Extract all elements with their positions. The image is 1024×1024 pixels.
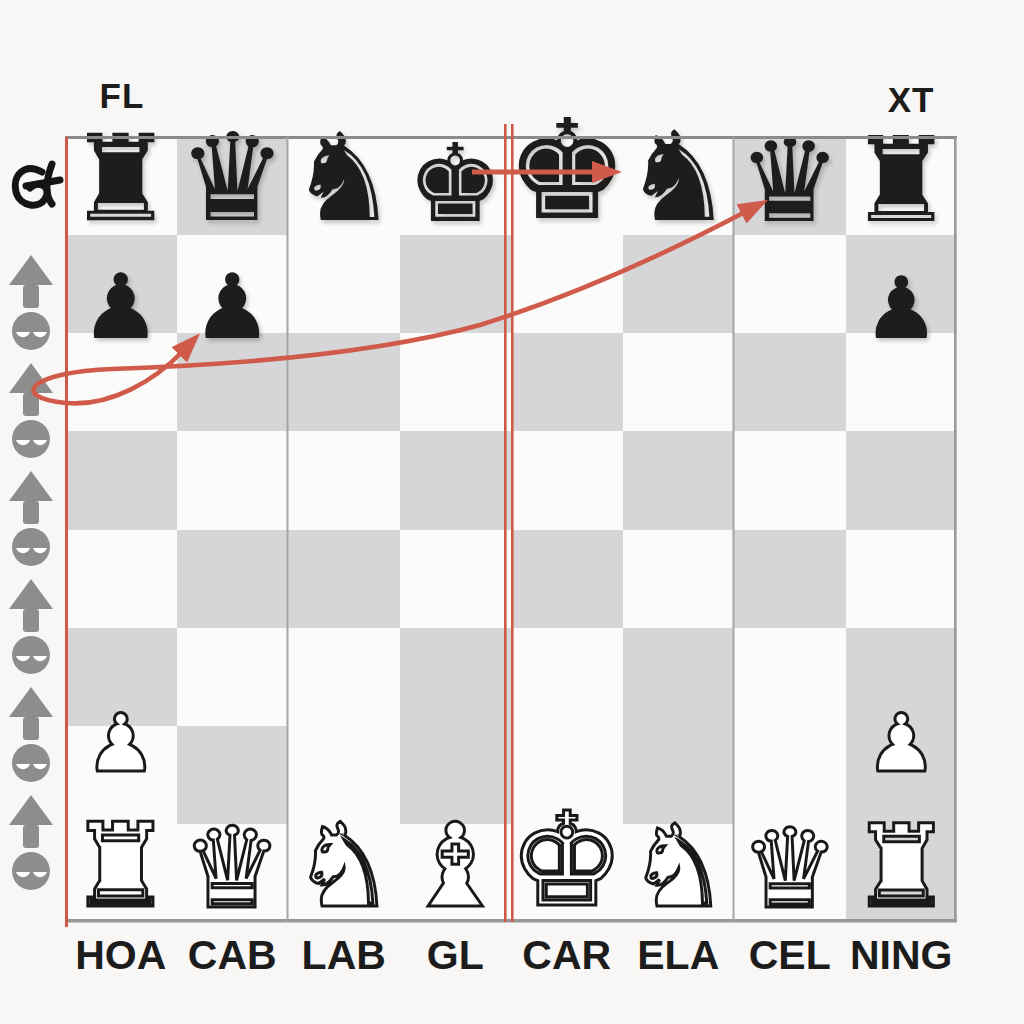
file-label-h: NING: [821, 932, 981, 979]
square-h2[interactable]: [846, 726, 958, 824]
margin-arrow-icon: [8, 363, 54, 461]
square-h3[interactable]: [846, 628, 958, 726]
square-b1[interactable]: [177, 824, 289, 922]
margin-arrow-icon: [8, 687, 54, 785]
square-f4[interactable]: [623, 530, 735, 628]
square-e7[interactable]: [511, 235, 623, 333]
square-h8[interactable]: [846, 137, 958, 235]
square-e8[interactable]: [511, 137, 623, 235]
square-d8[interactable]: [400, 137, 512, 235]
square-a2[interactable]: [65, 726, 177, 824]
square-g2[interactable]: [734, 726, 846, 824]
square-g3[interactable]: [734, 628, 846, 726]
square-d2[interactable]: [400, 726, 512, 824]
margin-arrow-icon: [8, 471, 54, 569]
square-g4[interactable]: [734, 530, 846, 628]
square-b5[interactable]: [177, 431, 289, 529]
square-b4[interactable]: [177, 530, 289, 628]
square-h7[interactable]: [846, 235, 958, 333]
square-a8[interactable]: [65, 137, 177, 235]
scribble-mark: [15, 164, 60, 205]
square-g7[interactable]: [734, 235, 846, 333]
square-d6[interactable]: [400, 333, 512, 431]
square-f6[interactable]: [623, 333, 735, 431]
square-b2[interactable]: [177, 726, 289, 824]
square-b7[interactable]: [177, 235, 289, 333]
square-c5[interactable]: [288, 431, 400, 529]
square-c7[interactable]: [288, 235, 400, 333]
square-h1[interactable]: [846, 824, 958, 922]
square-e2[interactable]: [511, 726, 623, 824]
square-g5[interactable]: [734, 431, 846, 529]
square-a5[interactable]: [65, 431, 177, 529]
square-f2[interactable]: [623, 726, 735, 824]
square-a4[interactable]: [65, 530, 177, 628]
square-c1[interactable]: [288, 824, 400, 922]
square-c2[interactable]: [288, 726, 400, 824]
chess-diagram: FL XT HOACABLABGLCARELACELNING ♜♛♞♚♚♞♛♜♟…: [0, 0, 1024, 1024]
margin-arrow-icon: [8, 795, 54, 893]
square-a1[interactable]: [65, 824, 177, 922]
square-a7[interactable]: [65, 235, 177, 333]
chess-board: [65, 137, 957, 922]
square-a3[interactable]: [65, 628, 177, 726]
margin-arrow-icon: [8, 579, 54, 677]
square-b6[interactable]: [177, 333, 289, 431]
square-d5[interactable]: [400, 431, 512, 529]
square-e3[interactable]: [511, 628, 623, 726]
square-e5[interactable]: [511, 431, 623, 529]
square-d7[interactable]: [400, 235, 512, 333]
square-g1[interactable]: [734, 824, 846, 922]
margin-arrow-icon: [8, 255, 54, 353]
square-g8[interactable]: [734, 137, 846, 235]
square-f7[interactable]: [623, 235, 735, 333]
square-b8[interactable]: [177, 137, 289, 235]
square-e6[interactable]: [511, 333, 623, 431]
square-d1[interactable]: [400, 824, 512, 922]
square-d4[interactable]: [400, 530, 512, 628]
label-top-left: FL: [100, 76, 145, 116]
square-h6[interactable]: [846, 333, 958, 431]
square-c3[interactable]: [288, 628, 400, 726]
square-h4[interactable]: [846, 530, 958, 628]
square-c8[interactable]: [288, 137, 400, 235]
square-g6[interactable]: [734, 333, 846, 431]
square-e4[interactable]: [511, 530, 623, 628]
square-b3[interactable]: [177, 628, 289, 726]
label-top-right: XT: [888, 80, 935, 120]
square-f5[interactable]: [623, 431, 735, 529]
square-c6[interactable]: [288, 333, 400, 431]
square-f1[interactable]: [623, 824, 735, 922]
square-e1[interactable]: [511, 824, 623, 922]
square-h5[interactable]: [846, 431, 958, 529]
square-a6[interactable]: [65, 333, 177, 431]
square-f3[interactable]: [623, 628, 735, 726]
square-f8[interactable]: [623, 137, 735, 235]
square-c4[interactable]: [288, 530, 400, 628]
square-d3[interactable]: [400, 628, 512, 726]
